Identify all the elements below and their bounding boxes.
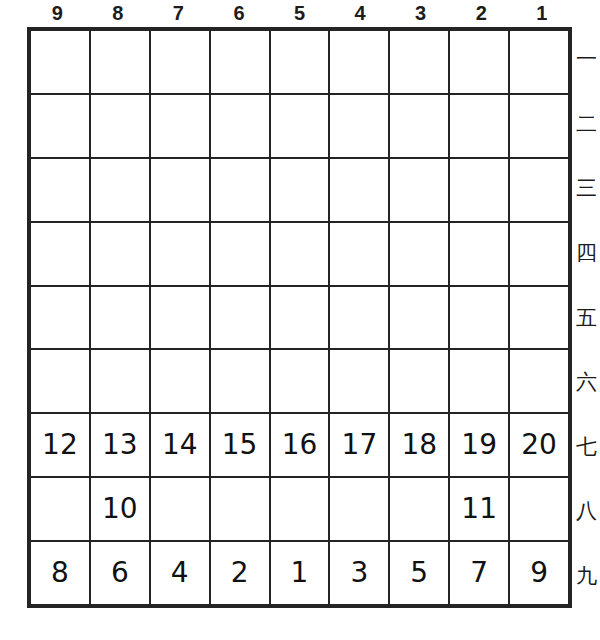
cell-f1-r2 xyxy=(510,95,568,157)
cell-f6-r1 xyxy=(211,31,269,93)
rank-label-1: 一 xyxy=(576,27,600,92)
file-label-2: 2 xyxy=(451,0,512,26)
rank-label-7: 七 xyxy=(576,414,600,479)
cell-f3-r4 xyxy=(390,223,448,285)
cell-f7-r1 xyxy=(151,31,209,93)
cell-f2-r8: 11 xyxy=(450,478,508,540)
cell-f4-r1 xyxy=(330,31,388,93)
cell-f1-r7: 20 xyxy=(510,414,568,476)
cell-f4-r3 xyxy=(330,159,388,221)
cell-f3-r9: 5 xyxy=(390,542,448,604)
cell-f9-r3 xyxy=(31,159,89,221)
cell-f2-r3 xyxy=(450,159,508,221)
cell-f2-r6 xyxy=(450,350,508,412)
cell-f9-r6 xyxy=(31,350,89,412)
cell-f8-r4 xyxy=(91,223,149,285)
cell-f1-r1 xyxy=(510,31,568,93)
cell-f8-r2 xyxy=(91,95,149,157)
cell-f5-r3 xyxy=(271,159,329,221)
file-labels: 987654321 xyxy=(27,0,572,26)
cell-f4-r9: 3 xyxy=(330,542,388,604)
shogi-placement-diagram: 987654321 121314151617181920101186421357… xyxy=(0,0,600,640)
cell-f3-r5 xyxy=(390,287,448,349)
file-label-9: 9 xyxy=(27,0,88,26)
cell-f7-r9: 4 xyxy=(151,542,209,604)
rank-label-5: 五 xyxy=(576,285,600,350)
cell-f1-r8 xyxy=(510,478,568,540)
cell-f5-r2 xyxy=(271,95,329,157)
cell-f1-r5 xyxy=(510,287,568,349)
cell-f1-r4 xyxy=(510,223,568,285)
cell-f8-r7: 13 xyxy=(91,414,149,476)
cell-f7-r4 xyxy=(151,223,209,285)
file-label-5: 5 xyxy=(269,0,330,26)
cell-f5-r5 xyxy=(271,287,329,349)
cell-f7-r5 xyxy=(151,287,209,349)
cell-f8-r9: 6 xyxy=(91,542,149,604)
cell-f7-r3 xyxy=(151,159,209,221)
cell-f4-r2 xyxy=(330,95,388,157)
cell-f4-r5 xyxy=(330,287,388,349)
cell-f2-r1 xyxy=(450,31,508,93)
cell-f4-r8 xyxy=(330,478,388,540)
cell-f5-r4 xyxy=(271,223,329,285)
cell-f8-r8: 10 xyxy=(91,478,149,540)
rank-label-6: 六 xyxy=(576,350,600,415)
cell-f4-r6 xyxy=(330,350,388,412)
shogi-board: 1213141516171819201011864213579 xyxy=(27,27,572,608)
cell-f2-r7: 19 xyxy=(450,414,508,476)
cell-f6-r2 xyxy=(211,95,269,157)
cell-f9-r5 xyxy=(31,287,89,349)
cell-f3-r8 xyxy=(390,478,448,540)
cell-f3-r7: 18 xyxy=(390,414,448,476)
cell-f1-r3 xyxy=(510,159,568,221)
cell-f3-r6 xyxy=(390,350,448,412)
cell-f8-r5 xyxy=(91,287,149,349)
rank-label-8: 八 xyxy=(576,479,600,544)
cell-f8-r6 xyxy=(91,350,149,412)
cell-f4-r7: 17 xyxy=(330,414,388,476)
cell-f3-r2 xyxy=(390,95,448,157)
cell-f6-r9: 2 xyxy=(211,542,269,604)
cell-f7-r8 xyxy=(151,478,209,540)
cell-f9-r7: 12 xyxy=(31,414,89,476)
rank-label-3: 三 xyxy=(576,156,600,221)
cell-f7-r2 xyxy=(151,95,209,157)
file-label-7: 7 xyxy=(148,0,209,26)
cell-f3-r3 xyxy=(390,159,448,221)
cell-f8-r3 xyxy=(91,159,149,221)
file-label-1: 1 xyxy=(512,0,573,26)
rank-label-9: 九 xyxy=(576,544,600,609)
cell-f9-r2 xyxy=(31,95,89,157)
cell-f2-r5 xyxy=(450,287,508,349)
cell-f3-r1 xyxy=(390,31,448,93)
cell-f2-r4 xyxy=(450,223,508,285)
cell-f5-r9: 1 xyxy=(271,542,329,604)
cell-f7-r6 xyxy=(151,350,209,412)
file-label-3: 3 xyxy=(390,0,451,26)
cell-f1-r6 xyxy=(510,350,568,412)
cell-f9-r9: 8 xyxy=(31,542,89,604)
cell-f2-r9: 7 xyxy=(450,542,508,604)
rank-labels: 一二三四五六七八九 xyxy=(576,27,600,608)
cell-f6-r8 xyxy=(211,478,269,540)
cell-f2-r2 xyxy=(450,95,508,157)
cell-f7-r7: 14 xyxy=(151,414,209,476)
cell-f5-r8 xyxy=(271,478,329,540)
cell-f6-r6 xyxy=(211,350,269,412)
file-label-8: 8 xyxy=(88,0,149,26)
cell-f9-r8 xyxy=(31,478,89,540)
cell-f6-r7: 15 xyxy=(211,414,269,476)
cell-f6-r4 xyxy=(211,223,269,285)
cell-f1-r9: 9 xyxy=(510,542,568,604)
cell-f4-r4 xyxy=(330,223,388,285)
cell-f6-r5 xyxy=(211,287,269,349)
cell-f6-r3 xyxy=(211,159,269,221)
cell-f9-r4 xyxy=(31,223,89,285)
cell-f5-r7: 16 xyxy=(271,414,329,476)
file-label-6: 6 xyxy=(209,0,270,26)
cell-f5-r6 xyxy=(271,350,329,412)
file-label-4: 4 xyxy=(330,0,391,26)
cell-f9-r1 xyxy=(31,31,89,93)
rank-label-2: 二 xyxy=(576,92,600,157)
cell-f8-r1 xyxy=(91,31,149,93)
cell-f5-r1 xyxy=(271,31,329,93)
rank-label-4: 四 xyxy=(576,221,600,286)
